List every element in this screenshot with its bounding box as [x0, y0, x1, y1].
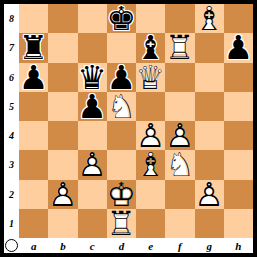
file-label-h: h — [224, 238, 253, 253]
black-pawn-piece[interactable]: ♟ — [78, 92, 107, 121]
file-label-e: e — [136, 238, 165, 253]
square-g7[interactable] — [195, 33, 224, 62]
square-h2[interactable] — [224, 180, 253, 209]
rank-label-8: 8 — [4, 4, 19, 33]
square-g1[interactable] — [195, 209, 224, 238]
square-f1[interactable] — [165, 209, 194, 238]
file-label-a: a — [19, 238, 48, 253]
square-h1[interactable] — [224, 209, 253, 238]
square-f7[interactable]: ♜♖ — [165, 33, 194, 62]
square-b6[interactable] — [48, 63, 77, 92]
square-f6[interactable] — [165, 63, 194, 92]
black-pawn-piece[interactable]: ♟ — [224, 33, 253, 62]
square-g4[interactable] — [195, 121, 224, 150]
white-pawn-piece[interactable]: ♟♙ — [78, 150, 107, 179]
black-king-piece[interactable]: ♚ — [107, 4, 136, 33]
file-label-c: c — [78, 238, 107, 253]
square-h7[interactable]: ♟ — [224, 33, 253, 62]
square-h3[interactable] — [224, 150, 253, 179]
white-knight-piece[interactable]: ♞♘ — [165, 150, 194, 179]
square-a6[interactable]: ♟ — [19, 63, 48, 92]
square-c8[interactable] — [78, 4, 107, 33]
square-c3[interactable]: ♟♙ — [78, 150, 107, 179]
rank-label-6: 6 — [4, 63, 19, 92]
square-e6[interactable]: ♛♕ — [136, 63, 165, 92]
rank-label-7: 7 — [4, 33, 19, 62]
square-b7[interactable] — [48, 33, 77, 62]
white-rook-piece[interactable]: ♜♖ — [165, 33, 194, 62]
rank-label-1: 1 — [4, 209, 19, 238]
white-pawn-piece[interactable]: ♟♙ — [48, 180, 77, 209]
rank-label-3: 3 — [4, 150, 19, 179]
square-g6[interactable] — [195, 63, 224, 92]
square-d8[interactable]: ♚ — [107, 4, 136, 33]
square-b4[interactable] — [48, 121, 77, 150]
square-h6[interactable] — [224, 63, 253, 92]
square-b5[interactable] — [48, 92, 77, 121]
square-e2[interactable] — [136, 180, 165, 209]
square-a1[interactable] — [19, 209, 48, 238]
square-d4[interactable] — [107, 121, 136, 150]
square-e1[interactable] — [136, 209, 165, 238]
square-f2[interactable] — [165, 180, 194, 209]
square-a3[interactable] — [19, 150, 48, 179]
square-h4[interactable] — [224, 121, 253, 150]
square-c5[interactable]: ♟ — [78, 92, 107, 121]
turn-indicator — [4, 238, 19, 253]
square-g5[interactable] — [195, 92, 224, 121]
square-d1[interactable]: ♜♖ — [107, 209, 136, 238]
rank-label-4: 4 — [4, 121, 19, 150]
white-to-move-circle-icon — [5, 239, 18, 252]
rank-label-5: 5 — [4, 92, 19, 121]
rank-label-2: 2 — [4, 180, 19, 209]
square-c2[interactable] — [78, 180, 107, 209]
file-label-g: g — [195, 238, 224, 253]
square-a5[interactable] — [19, 92, 48, 121]
white-knight-piece[interactable]: ♞♘ — [107, 92, 136, 121]
square-d5[interactable]: ♞♘ — [107, 92, 136, 121]
black-pawn-piece[interactable]: ♟ — [19, 63, 48, 92]
white-rook-piece[interactable]: ♜♖ — [107, 209, 136, 238]
white-bishop-piece[interactable]: ♝♗ — [195, 4, 224, 33]
square-e3[interactable]: ♝♗ — [136, 150, 165, 179]
square-g8[interactable]: ♝♗ — [195, 4, 224, 33]
square-f3[interactable]: ♞♘ — [165, 150, 194, 179]
square-c1[interactable] — [78, 209, 107, 238]
square-a4[interactable] — [19, 121, 48, 150]
file-label-b: b — [48, 238, 77, 253]
file-label-f: f — [165, 238, 194, 253]
square-b2[interactable]: ♟♙ — [48, 180, 77, 209]
square-b8[interactable] — [48, 4, 77, 33]
square-g2[interactable]: ♟♙ — [195, 180, 224, 209]
white-bishop-piece[interactable]: ♝♗ — [136, 150, 165, 179]
square-h5[interactable] — [224, 92, 253, 121]
square-a2[interactable] — [19, 180, 48, 209]
white-queen-piece[interactable]: ♛♕ — [136, 63, 165, 92]
chess-board-diagram: 8♚♝♗7♜♝♜♖♟6♟♛♟♛♕5♟♞♘4♟♙♟♙3♟♙♝♗♞♘2♟♙♚♔♟♙1… — [0, 0, 257, 257]
white-pawn-piece[interactable]: ♟♙ — [195, 180, 224, 209]
square-b1[interactable] — [48, 209, 77, 238]
